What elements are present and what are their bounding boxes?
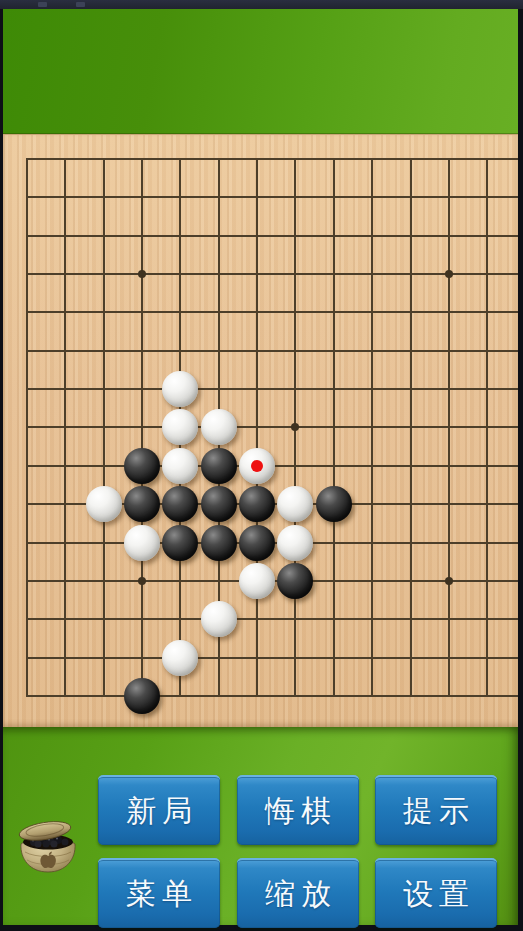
board-line-h [27,158,518,160]
board-line-v [371,158,373,697]
zoom-button[interactable]: 缩放 [237,858,359,928]
last-move-marker [251,460,263,472]
board-line-h [27,196,518,198]
black-stone [201,448,237,484]
board-line-v [410,158,412,697]
board-line-v [486,158,488,697]
black-stone [124,486,160,522]
black-stone [316,486,352,522]
status-icon [38,2,47,7]
header-panel [3,9,518,134]
board-line-h [27,695,518,697]
black-stone [201,486,237,522]
board-line-v [448,158,450,697]
status-icon [76,2,85,7]
star-point [291,423,299,431]
black-stone [124,448,160,484]
menu-button[interactable]: 菜单 [98,858,220,928]
board-line-h [27,311,518,313]
board-line-v [26,158,28,697]
app-content: 新局 悔棋 提示 菜单 缩放 设置 [3,9,518,925]
white-stone [201,601,237,637]
black-stone [124,678,160,714]
board-line-h [27,657,518,659]
star-point [445,270,453,278]
black-stone [239,525,275,561]
white-stone [86,486,122,522]
white-stone [277,486,313,522]
black-stone [162,486,198,522]
board-line-h [27,426,518,428]
white-stone [201,409,237,445]
white-stone [162,409,198,445]
star-point [138,577,146,585]
board-line-v [64,158,66,697]
board-line-v [333,158,335,697]
white-stone [162,640,198,676]
black-stone [277,563,313,599]
hint-button[interactable]: 提示 [375,775,497,845]
black-stone [239,486,275,522]
white-stone [162,371,198,407]
new-game-button[interactable]: 新局 [98,775,220,845]
board-line-v [141,158,143,697]
board-line-h [27,388,518,390]
board-line-v [256,158,258,697]
board-line-h [27,350,518,352]
status-bar [0,0,523,9]
undo-button[interactable]: 悔棋 [237,775,359,845]
app-screen: 新局 悔棋 提示 菜单 缩放 设置 [0,0,523,931]
white-stone [239,448,275,484]
footer-panel: 新局 悔棋 提示 菜单 缩放 设置 [3,727,518,925]
board-line-v [103,158,105,697]
settings-button[interactable]: 设置 [375,858,497,928]
stone-bowl-icon [17,819,79,879]
star-point [138,270,146,278]
black-stone [201,525,237,561]
star-point [445,577,453,585]
black-stone [162,525,198,561]
go-board[interactable] [3,134,518,727]
white-stone [124,525,160,561]
board-line-h [27,235,518,237]
white-stone [239,563,275,599]
white-stone [162,448,198,484]
white-stone [277,525,313,561]
board-line-h [27,618,518,620]
